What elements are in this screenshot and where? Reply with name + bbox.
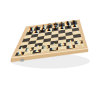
black-pawn-h7: ♟ — [73, 23, 77, 28]
black-pawn-e7: ♟ — [53, 26, 57, 31]
white-rook-h1: ♜ — [76, 40, 82, 48]
black-pawn-b7: ♟ — [34, 29, 38, 34]
white-king-e1: ♚ — [50, 42, 58, 52]
product-photo-chess-set: ♜♞♝♛♚♝♞♜♟♟♟♟♟♟♟♟♟♟♟♟♟♟♟♟♜♞♝♛♚♝♞♜ Wooden … — [0, 0, 100, 100]
white-knight-b1: ♞ — [25, 46, 32, 55]
white-queen-d1: ♛ — [42, 44, 49, 53]
black-pawn-d7: ♟ — [47, 27, 51, 32]
white-bishop-c1: ♝ — [34, 45, 41, 54]
white-knight-g1: ♞ — [67, 41, 74, 50]
white-bishop-f1: ♝ — [59, 42, 66, 51]
black-pawn-g7: ♟ — [66, 24, 70, 29]
black-pawn-a7: ♟ — [27, 30, 31, 35]
clasp-icon — [20, 59, 23, 62]
black-pawn-f7: ♟ — [60, 25, 64, 30]
white-rook-a1: ♜ — [17, 49, 23, 57]
black-pawn-c7: ♟ — [40, 28, 44, 33]
chess-set-scene: ♜♞♝♛♚♝♞♜♟♟♟♟♟♟♟♟♟♟♟♟♟♟♟♟♜♞♝♛♚♝♞♜ — [0, 0, 100, 100]
